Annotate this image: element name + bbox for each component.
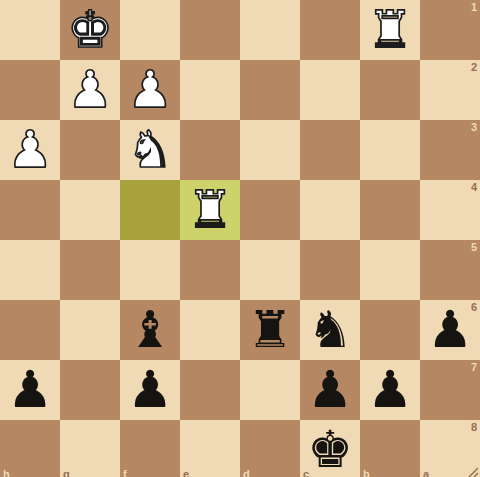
square-b7[interactable]: ♟: [360, 360, 420, 420]
rank-label-3: 3: [471, 121, 477, 133]
square-c3[interactable]: [300, 120, 360, 180]
piece-white-king-g1[interactable]: ♚: [60, 0, 120, 60]
square-g6[interactable]: [60, 300, 120, 360]
square-c8[interactable]: ♚c: [300, 420, 360, 477]
piece-black-pawn-h7[interactable]: ♟: [0, 360, 60, 420]
square-e3[interactable]: [180, 120, 240, 180]
rank-label-2: 2: [471, 61, 477, 73]
square-f8[interactable]: f: [120, 420, 180, 477]
square-b6[interactable]: [360, 300, 420, 360]
square-h6[interactable]: [0, 300, 60, 360]
square-a3[interactable]: 3: [420, 120, 480, 180]
piece-black-king-c8[interactable]: ♚: [300, 420, 360, 477]
board-resize-handle-icon[interactable]: [467, 466, 478, 477]
square-d8[interactable]: d: [240, 420, 300, 477]
square-b8[interactable]: b: [360, 420, 420, 477]
file-label-a: a: [423, 468, 429, 477]
square-b1[interactable]: ♜: [360, 0, 420, 60]
square-f1[interactable]: [120, 0, 180, 60]
square-g8[interactable]: g: [60, 420, 120, 477]
square-a1[interactable]: 1: [420, 0, 480, 60]
square-a8[interactable]: 8a: [420, 420, 480, 477]
square-b2[interactable]: [360, 60, 420, 120]
file-label-d: d: [243, 468, 250, 477]
square-f4[interactable]: [120, 180, 180, 240]
piece-white-pawn-f2[interactable]: ♟: [120, 60, 180, 120]
file-label-f: f: [123, 468, 127, 477]
square-b4[interactable]: [360, 180, 420, 240]
square-h1[interactable]: [0, 0, 60, 60]
square-b5[interactable]: [360, 240, 420, 300]
square-g1[interactable]: ♚: [60, 0, 120, 60]
square-f2[interactable]: ♟: [120, 60, 180, 120]
piece-white-rook-b1[interactable]: ♜: [360, 0, 420, 60]
piece-black-knight-c6[interactable]: ♞: [300, 300, 360, 360]
square-c7[interactable]: ♟: [300, 360, 360, 420]
piece-white-pawn-g2[interactable]: ♟: [60, 60, 120, 120]
square-c4[interactable]: [300, 180, 360, 240]
piece-black-pawn-f7[interactable]: ♟: [120, 360, 180, 420]
square-e7[interactable]: [180, 360, 240, 420]
square-f7[interactable]: ♟: [120, 360, 180, 420]
square-d3[interactable]: [240, 120, 300, 180]
square-g3[interactable]: [60, 120, 120, 180]
piece-black-rook-d6[interactable]: ♜: [240, 300, 300, 360]
square-d6[interactable]: ♜: [240, 300, 300, 360]
rank-label-1: 1: [471, 1, 477, 13]
square-a7[interactable]: 7: [420, 360, 480, 420]
square-e2[interactable]: [180, 60, 240, 120]
square-e8[interactable]: e: [180, 420, 240, 477]
square-g7[interactable]: [60, 360, 120, 420]
square-d7[interactable]: [240, 360, 300, 420]
square-g2[interactable]: ♟: [60, 60, 120, 120]
square-e4[interactable]: ♜: [180, 180, 240, 240]
piece-white-rook-e4[interactable]: ♜: [180, 180, 240, 240]
piece-white-pawn-h3[interactable]: ♟: [0, 120, 60, 180]
square-c5[interactable]: [300, 240, 360, 300]
square-a2[interactable]: 2: [420, 60, 480, 120]
chess-board: ♚♜1♟♟2♟♞3♜45♝♜♞♟6♟♟♟♟7hgfed♚cb8a: [0, 0, 480, 477]
rank-label-5: 5: [471, 241, 477, 253]
square-g4[interactable]: [60, 180, 120, 240]
square-c6[interactable]: ♞: [300, 300, 360, 360]
piece-black-pawn-b7[interactable]: ♟: [360, 360, 420, 420]
square-g5[interactable]: [60, 240, 120, 300]
square-c1[interactable]: [300, 0, 360, 60]
square-h8[interactable]: h: [0, 420, 60, 477]
square-d1[interactable]: [240, 0, 300, 60]
square-d5[interactable]: [240, 240, 300, 300]
square-d4[interactable]: [240, 180, 300, 240]
piece-black-pawn-c7[interactable]: ♟: [300, 360, 360, 420]
square-a4[interactable]: 4: [420, 180, 480, 240]
square-e1[interactable]: [180, 0, 240, 60]
piece-white-knight-f3[interactable]: ♞: [120, 120, 180, 180]
square-f6[interactable]: ♝: [120, 300, 180, 360]
file-label-e: e: [183, 468, 189, 477]
square-f5[interactable]: [120, 240, 180, 300]
square-h5[interactable]: [0, 240, 60, 300]
rank-label-7: 7: [471, 361, 477, 373]
square-e5[interactable]: [180, 240, 240, 300]
square-h4[interactable]: [0, 180, 60, 240]
file-label-g: g: [63, 468, 70, 477]
square-h3[interactable]: ♟: [0, 120, 60, 180]
square-a6[interactable]: ♟6: [420, 300, 480, 360]
square-h2[interactable]: [0, 60, 60, 120]
square-e6[interactable]: [180, 300, 240, 360]
rank-label-4: 4: [471, 181, 477, 193]
square-h7[interactable]: ♟: [0, 360, 60, 420]
square-f3[interactable]: ♞: [120, 120, 180, 180]
square-d2[interactable]: [240, 60, 300, 120]
piece-black-bishop-f6[interactable]: ♝: [120, 300, 180, 360]
file-label-b: b: [363, 468, 370, 477]
square-c2[interactable]: [300, 60, 360, 120]
piece-black-pawn-a6[interactable]: ♟: [420, 300, 480, 360]
square-b3[interactable]: [360, 120, 420, 180]
rank-label-8: 8: [471, 421, 477, 433]
square-a5[interactable]: 5: [420, 240, 480, 300]
file-label-h: h: [3, 468, 10, 477]
